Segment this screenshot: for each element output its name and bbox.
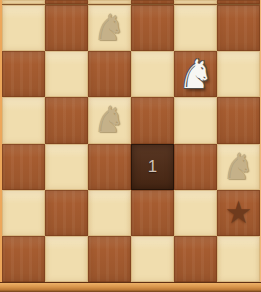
square-r3c3[interactable]: 1 [131, 144, 174, 190]
square-r5c0[interactable] [2, 236, 45, 282]
square-r0c3[interactable] [131, 5, 174, 51]
square-r3c5[interactable]: ♞ [217, 144, 260, 190]
square-r5c2[interactable] [88, 236, 131, 282]
square-r0c2[interactable]: ♞ [88, 5, 131, 51]
square-r3c2[interactable] [88, 144, 131, 190]
square-r0c1[interactable] [45, 5, 88, 51]
square-r0c5[interactable] [217, 5, 260, 51]
cutoff-square-c4 [174, 0, 217, 4]
square-r4c3[interactable] [131, 190, 174, 236]
square-r5c5[interactable] [217, 236, 260, 282]
square-r3c4[interactable] [174, 144, 217, 190]
square-r4c0[interactable] [2, 190, 45, 236]
square-r1c2[interactable] [88, 51, 131, 97]
square-r4c2[interactable] [88, 190, 131, 236]
chess-board: ♞♞♞1♞★ [0, 0, 261, 292]
star-icon: ★ [225, 197, 253, 228]
cutoff-square-c3 [131, 0, 174, 4]
cutoff-square-c2 [88, 0, 131, 4]
square-r1c0[interactable] [2, 51, 45, 97]
square-r5c4[interactable] [174, 236, 217, 282]
square-r2c2[interactable]: ♞ [88, 97, 131, 143]
square-r3c0[interactable] [2, 144, 45, 190]
cutoff-square-c0 [2, 0, 45, 4]
square-r2c3[interactable] [131, 97, 174, 143]
square-r2c1[interactable] [45, 97, 88, 143]
ghost-knight: ♞ [93, 102, 125, 138]
square-r3c1[interactable] [45, 144, 88, 190]
square-r1c5[interactable] [217, 51, 260, 97]
square-r4c5[interactable]: ★ [217, 190, 260, 236]
cutoff-square-c5 [217, 0, 260, 4]
square-r1c1[interactable] [45, 51, 88, 97]
square-r4c4[interactable] [174, 190, 217, 236]
square-r2c5[interactable] [217, 97, 260, 143]
board-bottom-rail [0, 282, 261, 292]
board-grid: ♞♞♞1♞★ [2, 5, 260, 282]
square-r5c3[interactable] [131, 236, 174, 282]
ghost-knight: ♞ [93, 10, 125, 46]
square-r0c4[interactable] [174, 5, 217, 51]
square-r1c3[interactable] [131, 51, 174, 97]
square-r5c1[interactable] [45, 236, 88, 282]
chess-board-screenshot: ♞♞♞1♞★ [0, 0, 261, 292]
square-r4c1[interactable] [45, 190, 88, 236]
square-r2c4[interactable] [174, 97, 217, 143]
square-r0c0[interactable] [2, 5, 45, 51]
board-right-edge [260, 0, 261, 282]
cutoff-square-c1 [45, 0, 88, 4]
move-marker-1: 1 [148, 157, 157, 177]
square-r2c0[interactable] [2, 97, 45, 143]
white-knight: ♞ [178, 54, 214, 94]
ghost-knight: ♞ [222, 149, 254, 185]
square-r1c4[interactable]: ♞ [174, 51, 217, 97]
